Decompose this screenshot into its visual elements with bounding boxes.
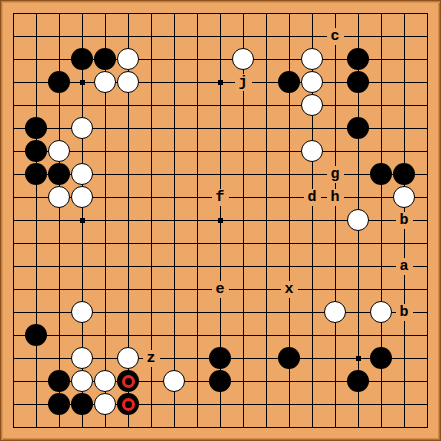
- black-stone: [48, 370, 70, 392]
- point-label-j: j: [235, 74, 252, 91]
- black-stone: [209, 370, 231, 392]
- marked-black-stone: [117, 370, 139, 392]
- black-stone: [347, 117, 369, 139]
- point-label-e: e: [212, 281, 229, 298]
- black-stone: [25, 163, 47, 185]
- point-label-f: f: [212, 189, 229, 206]
- black-stone: [347, 71, 369, 93]
- white-stone: [94, 393, 116, 415]
- black-stone: [347, 370, 369, 392]
- star-point: [218, 218, 223, 223]
- point-label-a: a: [396, 258, 413, 275]
- white-stone: [117, 71, 139, 93]
- red-circle-marker: [122, 398, 135, 411]
- white-stone: [301, 71, 323, 93]
- red-circle-marker: [122, 375, 135, 388]
- black-stone: [94, 48, 116, 70]
- black-stone: [393, 163, 415, 185]
- go-diagram: cjgfdhbaexbz: [0, 0, 441, 441]
- white-stone: [370, 301, 392, 323]
- white-stone: [71, 347, 93, 369]
- black-stone: [370, 347, 392, 369]
- star-point: [218, 80, 223, 85]
- black-stone: [48, 71, 70, 93]
- star-point: [356, 356, 361, 361]
- white-stone: [48, 186, 70, 208]
- white-stone: [301, 140, 323, 162]
- point-label-b: b: [396, 304, 413, 321]
- point-label-z: z: [143, 350, 160, 367]
- black-stone: [278, 71, 300, 93]
- black-stone: [25, 140, 47, 162]
- star-point: [80, 218, 85, 223]
- black-stone: [370, 163, 392, 185]
- point-label-d: d: [304, 189, 321, 206]
- white-stone: [117, 347, 139, 369]
- white-stone: [94, 71, 116, 93]
- black-stone: [71, 393, 93, 415]
- black-stone: [25, 117, 47, 139]
- black-stone: [347, 48, 369, 70]
- white-stone: [347, 209, 369, 231]
- white-stone: [71, 301, 93, 323]
- white-stone: [71, 186, 93, 208]
- black-stone: [278, 347, 300, 369]
- white-stone: [71, 117, 93, 139]
- white-stone: [117, 48, 139, 70]
- point-label-h: h: [327, 189, 344, 206]
- white-stone: [94, 370, 116, 392]
- white-stone: [301, 94, 323, 116]
- white-stone: [71, 370, 93, 392]
- point-label-c: c: [327, 28, 344, 45]
- point-label-g: g: [327, 166, 344, 183]
- white-stone: [301, 48, 323, 70]
- white-stone: [71, 163, 93, 185]
- star-point: [80, 80, 85, 85]
- black-stone: [209, 347, 231, 369]
- white-stone: [48, 140, 70, 162]
- white-stone: [393, 186, 415, 208]
- white-stone: [232, 48, 254, 70]
- marked-black-stone: [117, 393, 139, 415]
- point-label-x: x: [281, 281, 298, 298]
- goban-board: cjgfdhbaexbz: [0, 0, 441, 441]
- black-stone: [48, 393, 70, 415]
- black-stone: [48, 163, 70, 185]
- point-label-b: b: [396, 212, 413, 229]
- black-stone: [71, 48, 93, 70]
- black-stone: [25, 324, 47, 346]
- white-stone: [163, 370, 185, 392]
- white-stone: [324, 301, 346, 323]
